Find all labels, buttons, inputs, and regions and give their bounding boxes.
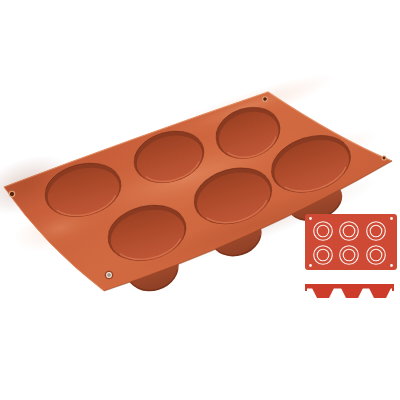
corner-grommet <box>105 271 114 280</box>
section-end-lip <box>305 288 307 291</box>
section-cavity-profile <box>341 288 363 298</box>
hole <box>382 156 386 160</box>
diagram-corner-dot <box>390 264 393 267</box>
diagram-corner-dot <box>390 217 393 220</box>
diagram-corner-dot <box>309 264 312 267</box>
corner-hole <box>263 97 268 102</box>
section-cavity-profile <box>369 288 391 298</box>
diagram-corner-dot <box>309 217 312 220</box>
top-view-diagram <box>305 214 397 270</box>
corner-hole <box>9 191 14 196</box>
hole <box>263 97 268 102</box>
section-cavity-profile <box>312 288 334 298</box>
section-top-bar <box>305 284 394 289</box>
product-image <box>0 0 400 400</box>
section-end-lip <box>392 288 394 291</box>
cross-section-diagram <box>305 284 394 298</box>
grommet-center <box>108 274 110 276</box>
hole <box>9 191 14 196</box>
corner-hole <box>382 156 386 160</box>
product-photo-canvas <box>0 0 400 400</box>
